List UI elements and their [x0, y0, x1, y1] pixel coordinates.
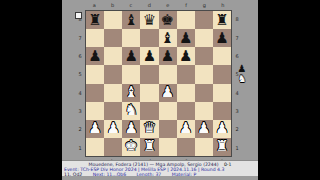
- game-length: Length: 37: [137, 172, 162, 177]
- square-a3[interactable]: [86, 102, 104, 120]
- square-h5[interactable]: [213, 65, 231, 83]
- square-a4[interactable]: [86, 84, 104, 102]
- square-a1[interactable]: [86, 138, 104, 156]
- square-f7[interactable]: ♟: [177, 29, 195, 47]
- piece-white-pawn: ♟: [215, 121, 228, 136]
- piece-black-pawn: ♟: [179, 48, 192, 63]
- game-info-bar: Mouedene, Fodera (2141) — Mga Ampolp, Se…: [62, 160, 258, 176]
- square-b7[interactable]: [104, 29, 122, 47]
- piece-black-pawn: ♟: [88, 48, 101, 63]
- square-f6[interactable]: ♟: [177, 47, 195, 65]
- piece-black-rook: ♜: [215, 12, 228, 27]
- piece-black-pawn: ♟: [179, 30, 192, 45]
- square-e3[interactable]: [159, 102, 177, 120]
- rank-label-4: 4: [234, 84, 240, 102]
- square-g8[interactable]: [195, 11, 213, 29]
- file-label-e: e: [159, 2, 177, 8]
- game-result: 0-1: [224, 162, 232, 167]
- square-e1[interactable]: [159, 138, 177, 156]
- chess-panel: abcdefgh abcdefgh 87654321 87654321 ♜♝♛♚…: [62, 0, 258, 180]
- square-a5[interactable]: [86, 65, 104, 83]
- rank-label-3: 3: [77, 102, 83, 120]
- players-title: Mouedene, Fodera (2141) — Mga Ampolp, Se…: [62, 162, 258, 167]
- rank-label-6: 6: [77, 47, 83, 65]
- square-f2[interactable]: ♟: [177, 120, 195, 138]
- square-c6[interactable]: ♟: [122, 47, 140, 65]
- square-d7[interactable]: [140, 29, 158, 47]
- square-a7[interactable]: [86, 29, 104, 47]
- square-f3[interactable]: [177, 102, 195, 120]
- square-h2[interactable]: ♟: [213, 120, 231, 138]
- square-g2[interactable]: ♟: [195, 120, 213, 138]
- piece-white-pawn: ♟: [161, 85, 174, 100]
- piece-black-pawn: ♟: [125, 48, 138, 63]
- square-c2[interactable]: ♟: [122, 120, 140, 138]
- captured-pieces-tray: ♟♞: [236, 64, 248, 84]
- square-e6[interactable]: ♟: [159, 47, 177, 65]
- square-f4[interactable]: [177, 84, 195, 102]
- file-label-a: a: [85, 2, 103, 8]
- file-label-g: g: [195, 2, 213, 8]
- square-e5[interactable]: [159, 65, 177, 83]
- rank-label-2: 2: [234, 120, 240, 138]
- square-d3[interactable]: [140, 102, 158, 120]
- move-status-line: 11. Qd2 Next: 11...Qb6 Length: 37 Materi…: [62, 172, 258, 177]
- square-h1[interactable]: ♜: [213, 138, 231, 156]
- square-h3[interactable]: [213, 102, 231, 120]
- square-h8[interactable]: ♜: [213, 11, 231, 29]
- square-h6[interactable]: [213, 47, 231, 65]
- square-c3[interactable]: ♞: [122, 102, 140, 120]
- square-d2[interactable]: ♛: [140, 120, 158, 138]
- square-b6[interactable]: [104, 47, 122, 65]
- piece-white-queen: ♛: [143, 121, 156, 136]
- rank-label-1: 1: [234, 139, 240, 157]
- square-h7[interactable]: ♟: [213, 29, 231, 47]
- piece-white-pawn: ♟: [197, 121, 210, 136]
- square-b8[interactable]: [104, 11, 122, 29]
- players-separator: —: [149, 162, 154, 167]
- next-move: Next: 11...Qb6: [93, 172, 126, 177]
- square-a6[interactable]: ♟: [86, 47, 104, 65]
- piece-white-rook: ♜: [143, 139, 156, 154]
- square-a8[interactable]: ♜: [86, 11, 104, 29]
- square-b1[interactable]: [104, 138, 122, 156]
- piece-white-pawn: ♟: [88, 121, 101, 136]
- file-label-h: h: [214, 2, 232, 8]
- square-h4[interactable]: [213, 84, 231, 102]
- square-a2[interactable]: ♟: [86, 120, 104, 138]
- black-player-name: Mga Ampolp, Sergio: [156, 162, 202, 167]
- piece-black-bishop: ♝: [161, 30, 174, 45]
- rank-label-5: 5: [77, 65, 83, 83]
- square-g6[interactable]: [195, 47, 213, 65]
- piece-black-rook: ♜: [88, 12, 101, 27]
- file-label-f: f: [177, 2, 195, 8]
- white-player-elo: (2141): [133, 162, 148, 167]
- black-player-elo: (2244): [203, 162, 218, 167]
- piece-black-pawn: ♟: [143, 48, 156, 63]
- square-d8[interactable]: ♛: [140, 11, 158, 29]
- piece-white-knight: ♞: [125, 103, 138, 118]
- side-to-move-marker: [75, 12, 82, 19]
- file-label-b: b: [103, 2, 121, 8]
- captured-white-knight-icon: ♞: [238, 74, 247, 84]
- square-g7[interactable]: [195, 29, 213, 47]
- square-g3[interactable]: [195, 102, 213, 120]
- rank-label-3: 3: [234, 102, 240, 120]
- square-b2[interactable]: ♟: [104, 120, 122, 138]
- file-label-c: c: [122, 2, 140, 8]
- square-b3[interactable]: [104, 102, 122, 120]
- move-played: 11. Qd2: [64, 172, 82, 177]
- piece-black-bishop: ♝: [125, 12, 138, 27]
- piece-white-rook: ♜: [215, 139, 228, 154]
- rank-label-7: 7: [77, 28, 83, 46]
- rank-label-1: 1: [77, 139, 83, 157]
- square-d6[interactable]: ♟: [140, 47, 158, 65]
- white-player-name: Mouedene, Fodera: [89, 162, 132, 167]
- square-c1[interactable]: ♚: [122, 138, 140, 156]
- square-g5[interactable]: [195, 65, 213, 83]
- square-c5[interactable]: [122, 65, 140, 83]
- piece-white-pawn: ♟: [179, 121, 192, 136]
- chess-board[interactable]: ♜♝♛♚♜♝♟♟♟♟♟♟♟♝♟♞♟♟♟♛♟♟♟♚♜♜: [85, 10, 232, 157]
- square-d5[interactable]: [140, 65, 158, 83]
- square-g1[interactable]: [195, 138, 213, 156]
- square-f1[interactable]: [177, 138, 195, 156]
- square-e7[interactable]: ♝: [159, 29, 177, 47]
- piece-white-bishop: ♝: [125, 85, 138, 100]
- square-e4[interactable]: ♟: [159, 84, 177, 102]
- rank-label-4: 4: [77, 84, 83, 102]
- rank-label-7: 7: [234, 28, 240, 46]
- square-b5[interactable]: [104, 65, 122, 83]
- material-balance: Material: P: [172, 172, 196, 177]
- piece-black-pawn: ♟: [215, 30, 228, 45]
- file-labels-top: abcdefgh: [85, 2, 232, 8]
- square-e8[interactable]: ♚: [159, 11, 177, 29]
- piece-white-pawn: ♟: [125, 121, 138, 136]
- square-c8[interactable]: ♝: [122, 11, 140, 29]
- square-c4[interactable]: ♝: [122, 84, 140, 102]
- file-label-d: d: [140, 2, 158, 8]
- rank-label-2: 2: [77, 120, 83, 138]
- piece-black-queen: ♛: [143, 12, 156, 27]
- square-f5[interactable]: [177, 65, 195, 83]
- square-e2[interactable]: [159, 120, 177, 138]
- rank-label-8: 8: [234, 10, 240, 28]
- piece-white-king: ♚: [125, 139, 138, 154]
- square-f8[interactable]: [177, 11, 195, 29]
- rank-labels-left: 87654321: [77, 10, 83, 157]
- square-d1[interactable]: ♜: [140, 138, 158, 156]
- piece-black-pawn: ♟: [161, 48, 174, 63]
- piece-white-pawn: ♟: [106, 121, 119, 136]
- square-b4[interactable]: [104, 84, 122, 102]
- square-g4[interactable]: [195, 84, 213, 102]
- app-window: abcdefgh abcdefgh 87654321 87654321 ♜♝♛♚…: [0, 0, 320, 180]
- piece-black-king: ♚: [161, 12, 174, 27]
- square-c7[interactable]: [122, 29, 140, 47]
- square-d4[interactable]: [140, 84, 158, 102]
